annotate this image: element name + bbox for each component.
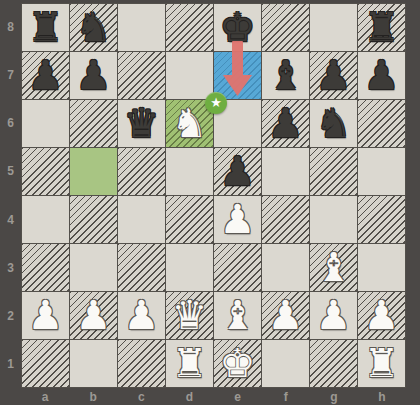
square-c2[interactable]: ♟ (118, 292, 165, 339)
piece-white-pawn: ♟ (358, 292, 405, 339)
square-e1[interactable]: ♚ (214, 340, 261, 387)
square-h2[interactable]: ♟ (358, 292, 405, 339)
piece-black-pawn: ♟ (70, 52, 117, 99)
piece-white-bishop: ♝ (310, 244, 357, 291)
square-e6[interactable] (214, 100, 261, 147)
square-f3[interactable] (262, 244, 309, 291)
piece-white-knight: ♞ (166, 100, 213, 147)
square-e4[interactable]: ♟ (214, 196, 261, 243)
square-a5[interactable] (22, 148, 69, 195)
square-c5[interactable] (118, 148, 165, 195)
square-a6[interactable] (22, 100, 69, 147)
piece-black-knight: ♞ (70, 4, 117, 51)
piece-white-pawn: ♟ (310, 292, 357, 339)
rank-labels: 87654321 (0, 3, 21, 388)
square-a2[interactable]: ♟ (22, 292, 69, 339)
file-label-h: h (358, 388, 406, 405)
square-f7[interactable]: ♝ (262, 52, 309, 99)
square-c8[interactable] (118, 4, 165, 51)
square-b2[interactable]: ♟ (70, 292, 117, 339)
rank-label-6: 6 (0, 99, 21, 147)
piece-black-knight: ♞ (310, 100, 357, 147)
square-g1[interactable] (310, 340, 357, 387)
square-h3[interactable] (358, 244, 405, 291)
square-a3[interactable] (22, 244, 69, 291)
square-b1[interactable] (70, 340, 117, 387)
rank-label-4: 4 (0, 196, 21, 244)
file-labels: abcdefgh (21, 388, 406, 405)
square-h6[interactable] (358, 100, 405, 147)
piece-white-pawn: ♟ (22, 292, 69, 339)
square-h1[interactable]: ♜ (358, 340, 405, 387)
square-e7[interactable] (214, 52, 261, 99)
piece-black-pawn: ♟ (22, 52, 69, 99)
square-c1[interactable] (118, 340, 165, 387)
square-b8[interactable]: ♞ (70, 4, 117, 51)
rank-label-3: 3 (0, 244, 21, 292)
square-h5[interactable] (358, 148, 405, 195)
square-h4[interactable] (358, 196, 405, 243)
piece-black-rook: ♜ (358, 4, 405, 51)
square-b6[interactable] (70, 100, 117, 147)
square-a8[interactable]: ♜ (22, 4, 69, 51)
square-d3[interactable] (166, 244, 213, 291)
square-d7[interactable] (166, 52, 213, 99)
square-a7[interactable]: ♟ (22, 52, 69, 99)
file-label-e: e (214, 388, 262, 405)
square-c7[interactable] (118, 52, 165, 99)
piece-white-pawn: ♟ (70, 292, 117, 339)
square-g7[interactable]: ♟ (310, 52, 357, 99)
square-d5[interactable] (166, 148, 213, 195)
square-h7[interactable]: ♟ (358, 52, 405, 99)
piece-black-king: ♚ (214, 4, 261, 51)
piece-black-rook: ♜ (22, 4, 69, 51)
square-b4[interactable] (70, 196, 117, 243)
piece-white-queen: ♛ (166, 292, 213, 339)
square-e3[interactable] (214, 244, 261, 291)
piece-black-queen: ♛ (118, 100, 165, 147)
piece-white-pawn: ♟ (118, 292, 165, 339)
rank-label-2: 2 (0, 292, 21, 340)
square-g4[interactable] (310, 196, 357, 243)
file-label-a: a (21, 388, 69, 405)
square-f2[interactable]: ♟ (262, 292, 309, 339)
square-b7[interactable]: ♟ (70, 52, 117, 99)
piece-black-pawn: ♟ (214, 148, 261, 195)
rank-label-1: 1 (0, 340, 21, 388)
square-g8[interactable] (310, 4, 357, 51)
square-d8[interactable] (166, 4, 213, 51)
file-label-c: c (117, 388, 165, 405)
square-h8[interactable]: ♜ (358, 4, 405, 51)
file-label-g: g (310, 388, 358, 405)
square-c4[interactable] (118, 196, 165, 243)
square-g5[interactable] (310, 148, 357, 195)
chess-board: ♜♞♚♜♟♟♝♟♟♛♞♟♞♟♟♝♟♟♟♛♝♟♟♟♜♚♜ (21, 3, 406, 388)
square-b3[interactable] (70, 244, 117, 291)
piece-white-king: ♚ (214, 340, 261, 387)
square-f1[interactable] (262, 340, 309, 387)
piece-black-pawn: ♟ (262, 100, 309, 147)
square-f6[interactable]: ♟ (262, 100, 309, 147)
square-e5[interactable]: ♟ (214, 148, 261, 195)
square-f5[interactable] (262, 148, 309, 195)
piece-white-rook: ♜ (166, 340, 213, 387)
square-d6[interactable]: ♞ (166, 100, 213, 147)
square-e8[interactable]: ♚ (214, 4, 261, 51)
square-f8[interactable] (262, 4, 309, 51)
piece-white-pawn: ♟ (214, 196, 261, 243)
piece-black-pawn: ♟ (310, 52, 357, 99)
square-e2[interactable]: ♝ (214, 292, 261, 339)
chess-app-screen: 87654321 ♜♞♚♜♟♟♝♟♟♛♞♟♞♟♟♝♟♟♟♛♝♟♟♟♜♚♜ abc… (0, 0, 420, 405)
file-label-f: f (262, 388, 310, 405)
file-label-d: d (165, 388, 213, 405)
square-c6[interactable]: ♛ (118, 100, 165, 147)
piece-white-bishop: ♝ (214, 292, 261, 339)
square-b5[interactable] (70, 148, 117, 195)
square-a1[interactable] (22, 340, 69, 387)
square-g6[interactable]: ♞ (310, 100, 357, 147)
square-c3[interactable] (118, 244, 165, 291)
square-a4[interactable] (22, 196, 69, 243)
rank-label-7: 7 (0, 51, 21, 99)
square-d2[interactable]: ♛ (166, 292, 213, 339)
piece-white-rook: ♜ (358, 340, 405, 387)
square-g2[interactable]: ♟ (310, 292, 357, 339)
rank-label-8: 8 (0, 3, 21, 51)
square-d1[interactable]: ♜ (166, 340, 213, 387)
rank-label-5: 5 (0, 147, 21, 195)
piece-black-pawn: ♟ (358, 52, 405, 99)
piece-white-pawn: ♟ (262, 292, 309, 339)
square-d4[interactable] (166, 196, 213, 243)
square-f4[interactable] (262, 196, 309, 243)
square-g3[interactable]: ♝ (310, 244, 357, 291)
piece-black-bishop: ♝ (262, 52, 309, 99)
file-label-b: b (69, 388, 117, 405)
